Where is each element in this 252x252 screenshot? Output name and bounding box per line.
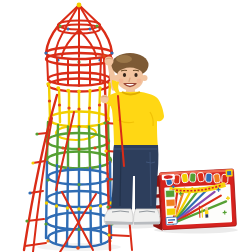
scene-illustration (0, 0, 252, 252)
box-feature-swatches (165, 190, 175, 215)
product-box (151, 169, 237, 231)
child (104, 53, 164, 225)
green-section (45, 122, 111, 170)
box-count-chip (166, 217, 177, 225)
box-brand-chip (162, 174, 175, 180)
red-cylinder (46, 56, 111, 93)
blue-base (44, 162, 113, 247)
product-photo (0, 0, 252, 252)
box-age-badge (225, 169, 232, 176)
child-far-sleeve (112, 80, 120, 93)
child-shirt (108, 92, 164, 146)
